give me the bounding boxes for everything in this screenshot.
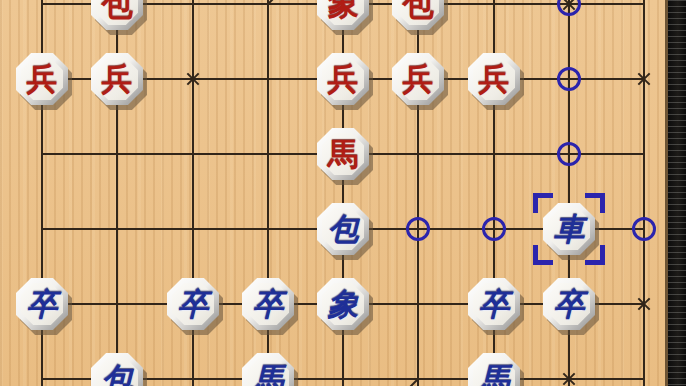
han-horse-glyph: 馬 bbox=[317, 128, 369, 180]
cho-soldier-glyph: 卒 bbox=[468, 278, 520, 330]
janggi-app-screenshot: 包象包兵兵兵兵兵馬包車卒卒卒象卒卒包馬馬 bbox=[0, 0, 686, 386]
han-soldier-piece[interactable]: 兵 bbox=[468, 53, 522, 107]
cho-horse-glyph: 馬 bbox=[468, 353, 520, 386]
cho-soldier-glyph: 卒 bbox=[16, 278, 68, 330]
han-cannon-glyph: 包 bbox=[392, 0, 444, 30]
cho-elephant-piece[interactable]: 象 bbox=[317, 278, 371, 332]
point-marker-i7 bbox=[636, 296, 652, 312]
point-marker-h8 bbox=[561, 371, 577, 386]
cho-soldier-piece[interactable]: 卒 bbox=[543, 278, 597, 332]
han-soldier-glyph: 兵 bbox=[317, 53, 369, 105]
move-hint-h5[interactable] bbox=[557, 142, 581, 166]
han-cannon-glyph: 包 bbox=[91, 0, 143, 30]
move-hint-f6[interactable] bbox=[406, 217, 430, 241]
han-elephant-glyph: 象 bbox=[317, 0, 369, 30]
cho-cannon-piece[interactable]: 包 bbox=[91, 353, 145, 386]
cho-soldier-piece[interactable]: 卒 bbox=[16, 278, 70, 332]
han-soldier-glyph: 兵 bbox=[16, 53, 68, 105]
cho-cannon-piece[interactable]: 包 bbox=[317, 203, 371, 257]
cho-soldier-glyph: 卒 bbox=[242, 278, 294, 330]
point-marker-i4 bbox=[636, 71, 652, 87]
cho-horse-piece[interactable]: 馬 bbox=[242, 353, 296, 386]
cho-cannon-glyph: 包 bbox=[317, 203, 369, 255]
han-soldier-glyph: 兵 bbox=[91, 53, 143, 105]
cho-soldier-glyph: 卒 bbox=[167, 278, 219, 330]
move-hint-i6[interactable] bbox=[632, 217, 656, 241]
cho-horse-glyph: 馬 bbox=[242, 353, 294, 386]
screen-edge-strip bbox=[668, 0, 686, 386]
han-soldier-piece[interactable]: 兵 bbox=[392, 53, 446, 107]
cho-soldier-piece[interactable]: 卒 bbox=[242, 278, 296, 332]
janggi-board: 包象包兵兵兵兵兵馬包車卒卒卒象卒卒包馬馬 bbox=[0, 0, 668, 386]
han-cannon-piece[interactable]: 包 bbox=[392, 0, 446, 32]
move-hint-h4[interactable] bbox=[557, 67, 581, 91]
han-soldier-piece[interactable]: 兵 bbox=[91, 53, 145, 107]
cho-soldier-piece[interactable]: 卒 bbox=[167, 278, 221, 332]
cho-soldier-glyph: 卒 bbox=[543, 278, 595, 330]
cho-elephant-glyph: 象 bbox=[317, 278, 369, 330]
move-hint-h3[interactable] bbox=[557, 0, 581, 16]
cho-chariot-piece[interactable]: 車 bbox=[543, 203, 597, 257]
han-cannon-piece[interactable]: 包 bbox=[91, 0, 145, 32]
cho-horse-piece[interactable]: 馬 bbox=[468, 353, 522, 386]
han-soldier-glyph: 兵 bbox=[468, 53, 520, 105]
han-soldier-piece[interactable]: 兵 bbox=[16, 53, 70, 107]
grid-file-line-i bbox=[643, 0, 645, 386]
han-elephant-piece[interactable]: 象 bbox=[317, 0, 371, 32]
cho-cannon-glyph: 包 bbox=[91, 353, 143, 386]
han-horse-piece[interactable]: 馬 bbox=[317, 128, 371, 182]
cho-soldier-piece[interactable]: 卒 bbox=[468, 278, 522, 332]
point-marker-c4 bbox=[185, 71, 201, 87]
cho-chariot-glyph: 車 bbox=[543, 203, 595, 255]
han-soldier-piece[interactable]: 兵 bbox=[317, 53, 371, 107]
han-soldier-glyph: 兵 bbox=[392, 53, 444, 105]
move-hint-g6[interactable] bbox=[482, 217, 506, 241]
